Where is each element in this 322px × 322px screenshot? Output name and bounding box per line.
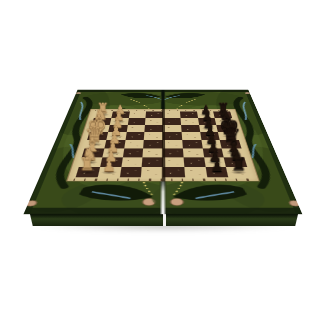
white-pawn: ♟ bbox=[86, 158, 132, 173]
square bbox=[163, 118, 181, 125]
black-rook: ♜ bbox=[215, 156, 261, 173]
square bbox=[145, 125, 163, 132]
square bbox=[145, 118, 163, 125]
box-top: ♜♟♟♜♞♟♟♞♝♟♟♝♚♟♟♚♛♟♟♛♝♟♟♝♞♟♟♞♜♟♟♜ bbox=[23, 90, 302, 215]
square bbox=[163, 125, 181, 132]
product-photo-scene: ♜♟♟♜♞♟♟♞♝♟♟♝♚♟♟♚♛♟♟♛♝♟♟♝♞♟♟♞♜♟♟♜ bbox=[0, 0, 322, 322]
